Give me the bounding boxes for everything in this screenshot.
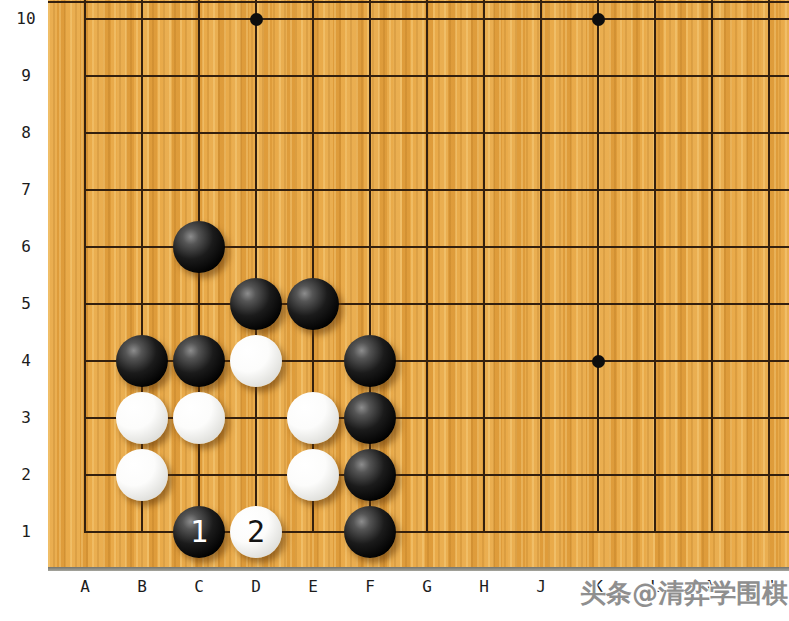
col-label-b: B [127,577,157,597]
stone-white-c3[interactable] [173,392,225,444]
screenshot-root: 10987654321ABCDEFGHJKLMN 12 头条@清弈学围棋 [0,0,789,621]
stone-black-b4[interactable] [116,335,168,387]
stone-white-e3[interactable] [287,392,339,444]
row-label-2: 2 [6,465,46,485]
col-label-d: D [241,577,271,597]
grid-vline-M [711,0,713,533]
stone-black-f1[interactable] [344,506,396,558]
row-label-10: 10 [6,9,46,29]
board-edge-shadow [48,567,789,571]
grid-vline-D [255,0,257,533]
row-label-5: 5 [6,294,46,314]
stone-black-c6[interactable] [173,221,225,273]
star-point-d10 [250,13,263,26]
row-label-1: 1 [6,522,46,542]
grid-hline-2 [84,474,789,476]
grid-hline-9 [84,75,789,77]
col-label-j: J [526,577,556,597]
grid-hline-7 [84,189,789,191]
stone-black-c4[interactable] [173,335,225,387]
stone-black-f3[interactable] [344,392,396,444]
stone-white-b3[interactable] [116,392,168,444]
col-label-e: E [298,577,328,597]
row-label-9: 9 [6,66,46,86]
star-point-k4 [592,355,605,368]
row-label-8: 8 [6,123,46,143]
stone-black-f2[interactable] [344,449,396,501]
grid-vline-G [426,0,428,533]
grid-hline-10 [84,18,789,20]
stone-white-b2[interactable] [116,449,168,501]
stone-black-d5[interactable] [230,278,282,330]
stone-black-e5[interactable] [287,278,339,330]
col-label-h: H [469,577,499,597]
grid-vline-J [540,0,542,533]
stone-black-c1[interactable]: 1 [173,506,225,558]
grid-vline-H [483,0,485,533]
row-label-3: 3 [6,408,46,428]
col-label-g: G [412,577,442,597]
grid-hline-5 [84,303,789,305]
stone-white-d1[interactable]: 2 [230,506,282,558]
col-label-a: A [70,577,100,597]
col-label-c: C [184,577,214,597]
row-label-4: 4 [6,351,46,371]
stone-black-f4[interactable] [344,335,396,387]
grid-top-continuation-line [48,1,789,3]
watermark-text: 头条@清弈学围棋 [580,576,788,611]
star-point-k10 [592,13,605,26]
grid-hline-8 [84,132,789,134]
grid-vline-A [84,0,86,533]
stone-white-d4[interactable] [230,335,282,387]
stone-white-e2[interactable] [287,449,339,501]
col-label-f: F [355,577,385,597]
row-label-6: 6 [6,237,46,257]
grid-vline-K [597,0,599,533]
row-label-7: 7 [6,180,46,200]
grid-vline-L [654,0,656,533]
grid-vline-N [768,0,770,533]
